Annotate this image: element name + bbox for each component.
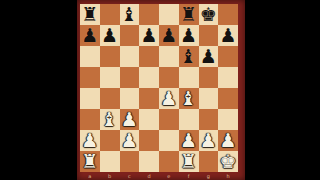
piece-black-rook: ♜ bbox=[80, 4, 100, 25]
square-a1[interactable]: ♜ bbox=[80, 151, 100, 172]
square-d5[interactable] bbox=[139, 67, 159, 88]
square-c1[interactable] bbox=[120, 151, 140, 172]
square-c7[interactable] bbox=[120, 25, 140, 46]
piece-black-pawn: ♟ bbox=[100, 25, 120, 46]
square-f4[interactable]: ♝ bbox=[179, 88, 199, 109]
file-label-a: a bbox=[80, 172, 100, 180]
square-f2[interactable]: ♟ bbox=[179, 130, 199, 151]
square-a8[interactable]: ♜ bbox=[80, 4, 100, 25]
file-label-b: b bbox=[100, 172, 120, 180]
square-f1[interactable]: ♜ bbox=[179, 151, 199, 172]
file-label-c: c bbox=[120, 172, 140, 180]
piece-black-king: ♚ bbox=[199, 4, 219, 25]
square-f8[interactable]: ♜ bbox=[179, 4, 199, 25]
square-e8[interactable] bbox=[159, 4, 179, 25]
square-g1[interactable] bbox=[199, 151, 219, 172]
piece-white-rook: ♜ bbox=[80, 151, 100, 172]
square-b4[interactable] bbox=[100, 88, 120, 109]
square-g5[interactable] bbox=[199, 67, 219, 88]
square-c6[interactable] bbox=[120, 46, 140, 67]
chess-board-frame: ♜♝♜♚♟♟♟♟♟♟♝♟♟♝♝♟♟♟♟♟♟♜♜♚ abcdefgh bbox=[77, 0, 245, 180]
square-f5[interactable] bbox=[179, 67, 199, 88]
square-c3[interactable]: ♟ bbox=[120, 109, 140, 130]
piece-white-pawn: ♟ bbox=[80, 130, 100, 151]
square-a4[interactable] bbox=[80, 88, 100, 109]
piece-white-pawn: ♟ bbox=[120, 130, 140, 151]
file-label-e: e bbox=[159, 172, 179, 180]
square-b1[interactable] bbox=[100, 151, 120, 172]
square-h2[interactable]: ♟ bbox=[218, 130, 238, 151]
square-f7[interactable]: ♟ bbox=[179, 25, 199, 46]
piece-white-bishop: ♝ bbox=[100, 109, 120, 130]
piece-white-pawn: ♟ bbox=[218, 130, 238, 151]
square-d2[interactable] bbox=[139, 130, 159, 151]
square-d4[interactable] bbox=[139, 88, 159, 109]
piece-black-rook: ♜ bbox=[179, 4, 199, 25]
square-a5[interactable] bbox=[80, 67, 100, 88]
square-g6[interactable]: ♟ bbox=[199, 46, 219, 67]
file-label-f: f bbox=[179, 172, 199, 180]
square-h7[interactable]: ♟ bbox=[218, 25, 238, 46]
piece-black-pawn: ♟ bbox=[179, 25, 199, 46]
square-h4[interactable] bbox=[218, 88, 238, 109]
square-e4[interactable]: ♟ bbox=[159, 88, 179, 109]
file-label-h: h bbox=[218, 172, 238, 180]
file-labels-row: abcdefgh bbox=[80, 172, 238, 180]
square-c4[interactable] bbox=[120, 88, 140, 109]
square-c5[interactable] bbox=[120, 67, 140, 88]
square-e7[interactable]: ♟ bbox=[159, 25, 179, 46]
file-label-g: g bbox=[199, 172, 219, 180]
square-b3[interactable]: ♝ bbox=[100, 109, 120, 130]
piece-white-king: ♚ bbox=[218, 151, 238, 172]
square-e1[interactable] bbox=[159, 151, 179, 172]
square-h6[interactable] bbox=[218, 46, 238, 67]
video-frame-background: ♜♝♜♚♟♟♟♟♟♟♝♟♟♝♝♟♟♟♟♟♟♜♜♚ abcdefgh bbox=[0, 0, 320, 180]
square-b6[interactable] bbox=[100, 46, 120, 67]
square-a6[interactable] bbox=[80, 46, 100, 67]
square-h8[interactable] bbox=[218, 4, 238, 25]
square-e3[interactable] bbox=[159, 109, 179, 130]
square-d6[interactable] bbox=[139, 46, 159, 67]
square-d7[interactable]: ♟ bbox=[139, 25, 159, 46]
square-h1[interactable]: ♚ bbox=[218, 151, 238, 172]
piece-black-pawn: ♟ bbox=[218, 25, 238, 46]
piece-white-pawn: ♟ bbox=[120, 109, 140, 130]
chess-board: ♜♝♜♚♟♟♟♟♟♟♝♟♟♝♝♟♟♟♟♟♟♜♜♚ bbox=[80, 4, 238, 172]
square-g4[interactable] bbox=[199, 88, 219, 109]
square-g7[interactable] bbox=[199, 25, 219, 46]
piece-black-bishop: ♝ bbox=[179, 46, 199, 67]
piece-white-pawn: ♟ bbox=[199, 130, 219, 151]
square-g3[interactable] bbox=[199, 109, 219, 130]
square-e2[interactable] bbox=[159, 130, 179, 151]
square-c2[interactable]: ♟ bbox=[120, 130, 140, 151]
piece-black-pawn: ♟ bbox=[139, 25, 159, 46]
square-a7[interactable]: ♟ bbox=[80, 25, 100, 46]
square-a3[interactable] bbox=[80, 109, 100, 130]
piece-white-pawn: ♟ bbox=[159, 88, 179, 109]
square-d8[interactable] bbox=[139, 4, 159, 25]
square-h3[interactable] bbox=[218, 109, 238, 130]
square-a2[interactable]: ♟ bbox=[80, 130, 100, 151]
square-b2[interactable] bbox=[100, 130, 120, 151]
square-g2[interactable]: ♟ bbox=[199, 130, 219, 151]
piece-black-pawn: ♟ bbox=[159, 25, 179, 46]
square-c8[interactable]: ♝ bbox=[120, 4, 140, 25]
square-e5[interactable] bbox=[159, 67, 179, 88]
square-b8[interactable] bbox=[100, 4, 120, 25]
square-h5[interactable] bbox=[218, 67, 238, 88]
square-b7[interactable]: ♟ bbox=[100, 25, 120, 46]
piece-white-rook: ♜ bbox=[179, 151, 199, 172]
square-f6[interactable]: ♝ bbox=[179, 46, 199, 67]
square-d3[interactable] bbox=[139, 109, 159, 130]
piece-white-bishop: ♝ bbox=[179, 88, 199, 109]
square-f3[interactable] bbox=[179, 109, 199, 130]
file-label-d: d bbox=[139, 172, 159, 180]
piece-black-pawn: ♟ bbox=[80, 25, 100, 46]
piece-black-bishop: ♝ bbox=[120, 4, 140, 25]
square-b5[interactable] bbox=[100, 67, 120, 88]
piece-black-pawn: ♟ bbox=[199, 46, 219, 67]
square-e6[interactable] bbox=[159, 46, 179, 67]
square-g8[interactable]: ♚ bbox=[199, 4, 219, 25]
piece-white-pawn: ♟ bbox=[179, 130, 199, 151]
square-d1[interactable] bbox=[139, 151, 159, 172]
